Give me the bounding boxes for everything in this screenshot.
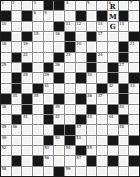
black-cell [108, 73, 118, 82]
black-cell [44, 63, 54, 72]
cell-r10c11[interactable]: 40 [119, 105, 129, 114]
cell-r8c10[interactable]: 32 [108, 84, 118, 93]
clue-number: 25 [2, 63, 7, 67]
cell-r16c1[interactable] [12, 167, 22, 176]
cell-r12c3[interactable] [33, 125, 43, 134]
black-cell [119, 94, 129, 103]
clue-number: 35 [34, 94, 39, 98]
black-cell [108, 63, 118, 72]
cell-r4c0[interactable]: 18 [1, 42, 11, 51]
clue-number: 23 [66, 53, 71, 57]
cell-r2c3[interactable] [33, 22, 43, 31]
cell-r2c6[interactable]: 11 [65, 22, 75, 31]
cell-r2c4[interactable] [44, 22, 54, 31]
clue-number: 14 [119, 22, 124, 26]
cell-r16c10[interactable] [108, 167, 118, 176]
cell-r5c0[interactable] [1, 53, 11, 62]
cell-r0c6[interactable]: 4 [65, 1, 75, 10]
cell-r14c0[interactable]: 52 [1, 146, 11, 155]
clue-number: 33 [130, 84, 135, 88]
clue-number: 10 [2, 22, 7, 26]
clue-number: 45 [2, 125, 7, 129]
black-cell [119, 53, 129, 62]
cell-r16c4[interactable] [44, 167, 54, 176]
crossword-grid: 123456R789M10111213G14151617181920212223… [0, 0, 140, 177]
clue-number: 55 [87, 146, 92, 150]
black-cell [1, 11, 11, 20]
clue-number: 36 [87, 94, 92, 98]
cell-r4c1[interactable] [12, 42, 22, 51]
cell-r16c11[interactable] [119, 167, 129, 176]
cell-r12c4[interactable] [44, 125, 54, 134]
cell-r11c0[interactable] [1, 115, 11, 124]
clue-number: 11 [66, 22, 71, 26]
clue-number: 53 [44, 146, 49, 150]
cell-r1c10[interactable]: M [108, 11, 118, 20]
cell-r3c11[interactable] [119, 32, 129, 41]
cell-r15c11[interactable] [119, 156, 129, 165]
clue-number: 39 [55, 105, 60, 109]
cell-r8c7[interactable] [76, 84, 86, 93]
clue-number: 50 [55, 136, 60, 140]
clue-number: 52 [2, 146, 7, 150]
cell-r7c6[interactable] [65, 73, 75, 82]
clue-number: 34 [12, 94, 17, 98]
cell-r0c10[interactable]: 6R [108, 1, 118, 10]
cell-r4c5[interactable] [54, 42, 64, 51]
black-cell [65, 125, 75, 134]
cell-r0c0[interactable]: 1 [1, 1, 11, 10]
black-cell [12, 73, 22, 82]
cell-r10c0[interactable]: 38 [1, 105, 11, 114]
cell-r0c1[interactable]: 2 [12, 1, 22, 10]
black-cell [44, 115, 54, 124]
cell-r14c5[interactable] [54, 146, 64, 155]
cell-r13c0[interactable]: 49 [1, 136, 11, 145]
black-cell [54, 94, 64, 103]
cell-r11c9[interactable] [97, 115, 107, 124]
cell-r7c8[interactable]: 30 [87, 73, 97, 82]
cell-r14c4[interactable]: 53 [44, 146, 54, 155]
black-cell [119, 11, 129, 20]
black-cell [12, 84, 22, 93]
clue-number: 28 [23, 73, 28, 77]
clue-number: 37 [98, 94, 103, 98]
clue-number: 29 [44, 73, 49, 77]
black-cell [76, 146, 86, 155]
cell-r14c6[interactable]: 54 [65, 146, 75, 155]
black-cell [65, 42, 75, 51]
cell-r12c10[interactable] [108, 125, 118, 134]
cell-r4c7[interactable]: 20 [76, 42, 86, 51]
clue-number: 43 [87, 115, 92, 119]
black-cell [54, 167, 64, 176]
cell-r12c0[interactable]: 45 [1, 125, 11, 134]
clue-number: 22 [23, 53, 28, 57]
clue-number: 16 [55, 32, 60, 36]
cell-r4c4[interactable] [44, 42, 54, 51]
cell-r9c12[interactable] [129, 94, 139, 103]
black-cell [119, 42, 129, 51]
clue-number: 42 [55, 115, 60, 119]
cell-r8c5[interactable] [54, 84, 64, 93]
cell-r0c9[interactable] [97, 1, 107, 10]
clue-number: 46 [12, 125, 17, 129]
black-cell [1, 94, 11, 103]
cell-r0c12[interactable]: 7 [129, 1, 139, 10]
cell-r16c7[interactable] [76, 167, 86, 176]
cell-r6c11[interactable]: 27 [119, 63, 129, 72]
clue-number: 26 [55, 63, 60, 67]
cell-r11c6[interactable] [65, 115, 75, 124]
cell-r9c8[interactable]: 36 [87, 94, 97, 103]
cell-r2c12[interactable] [129, 22, 139, 31]
clue-number: 15 [34, 32, 39, 36]
cell-r12c8[interactable] [87, 125, 97, 134]
clue-number: 40 [119, 105, 124, 109]
cell-r8c2[interactable] [22, 84, 32, 93]
cell-r15c2[interactable] [22, 156, 32, 165]
black-cell [87, 32, 97, 41]
black-cell [44, 1, 54, 10]
cell-r10c6[interactable] [65, 105, 75, 114]
cell-r10c9[interactable] [97, 105, 107, 114]
black-cell [22, 94, 32, 103]
cell-r6c7[interactable] [76, 63, 86, 72]
black-cell [119, 84, 129, 93]
filled-letter: M [109, 13, 117, 20]
cell-r16c8[interactable] [87, 167, 97, 176]
cell-r5c9[interactable]: 24 [97, 53, 107, 62]
cell-r0c8[interactable]: 5 [87, 1, 97, 10]
black-cell [33, 156, 43, 165]
cell-r14c3[interactable] [33, 146, 43, 155]
cell-r6c0[interactable]: 25 [1, 63, 11, 72]
cell-r3c5[interactable]: 16 [54, 32, 64, 41]
cell-r12c7[interactable]: 47 [76, 125, 86, 134]
cell-r10c5[interactable]: 39 [54, 105, 64, 114]
cell-r12c2[interactable] [22, 125, 32, 134]
cell-r7c9[interactable] [97, 73, 107, 82]
cell-r1c1[interactable] [12, 11, 22, 20]
cell-r13c11[interactable] [119, 136, 129, 145]
black-cell [54, 22, 64, 31]
cell-r9c3[interactable]: 35 [33, 94, 43, 103]
cell-r16c2[interactable] [22, 167, 32, 176]
black-cell [22, 32, 32, 41]
black-cell [22, 105, 32, 114]
cell-r3c3[interactable]: 15 [33, 32, 43, 41]
cell-r4c2[interactable]: 19 [22, 42, 32, 51]
filled-letter: G [110, 23, 116, 30]
cell-r9c4[interactable] [44, 94, 54, 103]
cell-r13c8[interactable] [87, 136, 97, 145]
cell-r3c7[interactable] [76, 32, 86, 41]
clue-number: 30 [87, 73, 92, 77]
cell-r0c2[interactable] [22, 1, 32, 10]
cell-r15c5[interactable] [54, 156, 64, 165]
cell-r6c6[interactable] [65, 63, 75, 72]
black-cell [108, 105, 118, 114]
black-cell [54, 53, 64, 62]
cell-r14c1[interactable] [12, 146, 22, 155]
clue-number: 1 [2, 1, 4, 5]
cell-r7c11[interactable] [119, 73, 129, 82]
cell-r6c9[interactable] [97, 63, 107, 72]
cell-r14c2[interactable] [22, 146, 32, 155]
cell-r3c10[interactable] [108, 32, 118, 41]
black-cell [108, 156, 118, 165]
cell-r4c10[interactable] [108, 42, 118, 51]
cell-r11c8[interactable]: 43 [87, 115, 97, 124]
clue-number: 21 [130, 42, 135, 46]
clue-number: 44 [108, 115, 113, 119]
cell-r2c9[interactable]: 13 [97, 22, 107, 31]
cell-r16c0[interactable]: 58 [1, 167, 11, 176]
cell-r1c6[interactable] [65, 11, 75, 20]
cell-r12c9[interactable] [97, 125, 107, 134]
cell-r12c12[interactable] [129, 125, 139, 134]
cell-r5c3[interactable] [33, 53, 43, 62]
cell-r8c12[interactable]: 33 [129, 84, 139, 93]
clue-number: 31 [44, 84, 49, 88]
black-cell [12, 115, 22, 124]
black-cell [129, 156, 139, 165]
clue-number: 8 [34, 11, 36, 15]
cell-r8c8[interactable] [87, 84, 97, 93]
cell-r7c2[interactable]: 28 [22, 73, 32, 82]
cell-r11c3[interactable] [33, 115, 43, 124]
cell-r15c4[interactable]: 56 [44, 156, 54, 165]
cell-r13c9[interactable] [97, 136, 107, 145]
black-cell [76, 115, 86, 124]
cell-r4c12[interactable]: 21 [129, 42, 139, 51]
black-cell [76, 94, 86, 103]
cell-r12c1[interactable]: 46 [12, 125, 22, 134]
cell-r13c7[interactable]: 51 [76, 136, 86, 145]
clue-number: 54 [66, 146, 71, 150]
clue-number: 13 [98, 22, 103, 26]
cell-r10c7[interactable] [76, 105, 86, 114]
black-cell [22, 63, 32, 72]
black-cell [54, 125, 64, 134]
clue-number: 27 [119, 63, 124, 67]
cell-r2c10[interactable]: G [108, 22, 118, 31]
black-cell [87, 156, 97, 165]
clue-number: 24 [98, 53, 103, 57]
black-cell [87, 105, 97, 114]
cell-r14c10[interactable] [108, 146, 118, 155]
cell-r4c8[interactable] [87, 42, 97, 51]
cell-r8c6[interactable] [65, 84, 75, 93]
black-cell [1, 32, 11, 41]
cell-r7c0[interactable] [1, 73, 11, 82]
cell-r9c1[interactable]: 34 [12, 94, 22, 103]
cell-r11c5[interactable]: 42 [54, 115, 64, 124]
cell-r0c11[interactable] [119, 1, 129, 10]
cell-r3c9[interactable]: 17 [97, 32, 107, 41]
clue-number: 58 [2, 167, 7, 171]
black-cell [22, 11, 32, 20]
cell-r1c8[interactable] [87, 11, 97, 20]
clue-number: 47 [76, 125, 81, 129]
cell-r8c0[interactable] [1, 84, 11, 93]
clue-number: 6 [108, 1, 110, 5]
black-cell [65, 32, 75, 41]
cell-r14c12[interactable] [129, 146, 139, 155]
cell-r10c1[interactable] [12, 105, 22, 114]
clue-number: 57 [76, 156, 81, 160]
cell-r15c6[interactable] [65, 156, 75, 165]
clue-number: 5 [87, 1, 89, 5]
cell-r16c6[interactable]: 59 [65, 167, 75, 176]
clue-number: 41 [23, 115, 28, 119]
clue-number: 12 [76, 22, 81, 26]
clue-number: 59 [66, 167, 71, 171]
black-cell [44, 105, 54, 114]
cell-r7c3[interactable] [33, 73, 43, 82]
black-cell [54, 1, 64, 10]
cell-r2c0[interactable]: 10 [1, 22, 11, 31]
cell-r5c7[interactable] [76, 53, 86, 62]
cell-r6c3[interactable] [33, 63, 43, 72]
black-cell [76, 11, 86, 20]
cell-r2c2[interactable] [22, 22, 32, 31]
cell-r16c3[interactable] [33, 167, 43, 176]
black-cell [87, 63, 97, 72]
clue-number: 3 [34, 1, 36, 5]
cell-r9c10[interactable] [108, 94, 118, 103]
clue-number: 2 [12, 1, 14, 5]
cell-r16c12[interactable] [129, 167, 139, 176]
clue-number: 51 [76, 136, 81, 140]
cell-r2c7[interactable]: 12 [76, 22, 86, 31]
cell-r9c6[interactable] [65, 94, 75, 103]
black-cell [54, 73, 64, 82]
black-cell [12, 156, 22, 165]
black-cell [129, 73, 139, 82]
black-cell [108, 136, 118, 145]
black-cell [129, 32, 139, 41]
cell-r3c1[interactable] [12, 32, 22, 41]
clue-number: 17 [98, 32, 103, 36]
cell-r0c7[interactable] [76, 1, 86, 10]
clue-number: 19 [23, 42, 28, 46]
cell-r15c0[interactable] [1, 156, 11, 165]
clue-number: 9 [44, 11, 46, 15]
cell-r4c3[interactable] [33, 42, 43, 51]
cell-r3c4[interactable] [44, 32, 54, 41]
cell-r13c1[interactable] [12, 136, 22, 145]
cell-r0c3[interactable]: 3 [33, 1, 43, 10]
cell-r1c4[interactable]: 9 [44, 11, 54, 20]
clue-number: 7 [130, 1, 132, 5]
cell-r13c2[interactable] [22, 136, 32, 145]
cell-r5c10[interactable] [108, 53, 118, 62]
clue-number: 4 [66, 1, 68, 5]
cell-r2c8[interactable] [87, 22, 97, 31]
black-cell [76, 73, 86, 82]
clue-number: 56 [44, 156, 49, 160]
cell-r13c5[interactable]: 50 [54, 136, 64, 145]
cell-r11c2[interactable]: 41 [22, 115, 32, 124]
clue-number: 32 [108, 84, 113, 88]
cell-r5c12[interactable] [129, 53, 139, 62]
cell-r4c9[interactable] [97, 42, 107, 51]
clue-number: 38 [2, 105, 7, 109]
cell-r13c3[interactable] [33, 136, 43, 145]
cell-r10c3[interactable] [33, 105, 43, 114]
cell-r1c12[interactable] [129, 11, 139, 20]
black-cell [65, 136, 75, 145]
cell-r12c11[interactable]: 48 [119, 125, 129, 134]
black-cell [129, 136, 139, 145]
cell-r2c11[interactable]: 14 [119, 22, 129, 31]
cell-r15c9[interactable] [97, 156, 107, 165]
cell-r14c9[interactable] [97, 146, 107, 155]
black-cell [119, 115, 129, 124]
cell-r7c4[interactable]: 29 [44, 73, 54, 82]
black-cell [97, 11, 107, 20]
cell-r10c12[interactable] [129, 105, 139, 114]
cell-r2c1[interactable] [12, 22, 22, 31]
cell-r15c7[interactable]: 57 [76, 156, 86, 165]
clue-number: 49 [2, 136, 7, 140]
cell-r6c1[interactable] [12, 63, 22, 72]
cell-r1c5[interactable] [54, 11, 64, 20]
cell-r14c8[interactable]: 55 [87, 146, 97, 155]
cell-r5c2[interactable]: 22 [22, 53, 32, 62]
cell-r6c5[interactable]: 26 [54, 63, 64, 72]
clue-number: 18 [2, 42, 7, 46]
cell-r8c4[interactable]: 31 [44, 84, 54, 93]
cell-r5c6[interactable]: 23 [65, 53, 75, 62]
cell-r1c3[interactable]: 8 [33, 11, 43, 20]
cell-r11c10[interactable]: 44 [108, 115, 118, 124]
black-cell [33, 84, 43, 93]
cell-r5c4[interactable] [44, 53, 54, 62]
clue-number: 20 [76, 42, 81, 46]
cell-r16c9[interactable] [97, 167, 107, 176]
black-cell [44, 136, 54, 145]
cell-r14c11[interactable] [119, 146, 129, 155]
cell-r6c12[interactable] [129, 63, 139, 72]
black-cell [97, 84, 107, 93]
black-cell [12, 53, 22, 62]
cell-r9c9[interactable]: 37 [97, 94, 107, 103]
cell-r11c12[interactable] [129, 115, 139, 124]
black-cell [87, 53, 97, 62]
clue-number: 48 [119, 125, 124, 129]
